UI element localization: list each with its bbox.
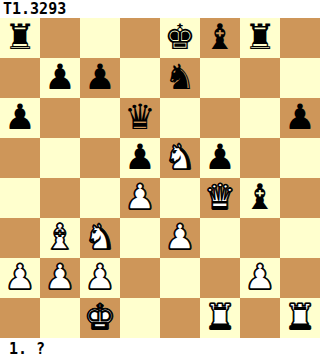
piece-white-king: ♚ (84, 300, 115, 335)
piece-black-pawn: ♟ (124, 140, 155, 175)
piece-white-rook: ♜ (204, 300, 235, 335)
square-e6[interactable] (160, 98, 200, 138)
square-b5[interactable] (40, 138, 80, 178)
square-a1[interactable] (0, 298, 40, 338)
square-g5[interactable] (240, 138, 280, 178)
square-a5[interactable] (0, 138, 40, 178)
square-b3[interactable]: ♝ (40, 218, 80, 258)
square-d2[interactable] (120, 258, 160, 298)
square-f4[interactable]: ♛ (200, 178, 240, 218)
piece-black-pawn: ♟ (84, 60, 115, 95)
square-d4[interactable]: ♟ (120, 178, 160, 218)
piece-white-rook: ♜ (284, 300, 315, 335)
square-h3[interactable] (280, 218, 320, 258)
piece-black-rook: ♜ (244, 20, 275, 55)
square-a6[interactable]: ♟ (0, 98, 40, 138)
square-f6[interactable] (200, 98, 240, 138)
piece-black-pawn: ♟ (4, 100, 35, 135)
square-h4[interactable] (280, 178, 320, 218)
square-g2[interactable]: ♟ (240, 258, 280, 298)
piece-black-bishop: ♝ (204, 20, 235, 55)
square-h8[interactable] (280, 18, 320, 58)
square-d6[interactable]: ♛ (120, 98, 160, 138)
square-b2[interactable]: ♟ (40, 258, 80, 298)
piece-black-pawn: ♟ (284, 100, 315, 135)
square-g1[interactable] (240, 298, 280, 338)
square-h5[interactable] (280, 138, 320, 178)
square-c4[interactable] (80, 178, 120, 218)
square-h7[interactable] (280, 58, 320, 98)
square-e3[interactable]: ♟ (160, 218, 200, 258)
square-h2[interactable] (280, 258, 320, 298)
square-f7[interactable] (200, 58, 240, 98)
piece-black-rook: ♜ (4, 20, 35, 55)
square-e1[interactable] (160, 298, 200, 338)
square-f8[interactable]: ♝ (200, 18, 240, 58)
piece-white-pawn: ♟ (164, 220, 195, 255)
square-c8[interactable] (80, 18, 120, 58)
square-h1[interactable]: ♜ (280, 298, 320, 338)
square-c7[interactable]: ♟ (80, 58, 120, 98)
piece-black-pawn: ♟ (204, 140, 235, 175)
square-e7[interactable]: ♞ (160, 58, 200, 98)
piece-black-king: ♚ (164, 20, 195, 55)
piece-white-pawn: ♟ (44, 260, 75, 295)
piece-black-bishop: ♝ (244, 180, 275, 215)
square-e5[interactable]: ♞ (160, 138, 200, 178)
square-a7[interactable] (0, 58, 40, 98)
square-e2[interactable] (160, 258, 200, 298)
square-b1[interactable] (40, 298, 80, 338)
square-e4[interactable] (160, 178, 200, 218)
square-f3[interactable] (200, 218, 240, 258)
piece-white-queen: ♛ (204, 180, 235, 215)
square-c5[interactable] (80, 138, 120, 178)
square-b7[interactable]: ♟ (40, 58, 80, 98)
square-g3[interactable] (240, 218, 280, 258)
square-f5[interactable]: ♟ (200, 138, 240, 178)
square-a3[interactable] (0, 218, 40, 258)
square-d7[interactable] (120, 58, 160, 98)
move-prompt: 1. ? (0, 338, 320, 360)
square-g6[interactable] (240, 98, 280, 138)
square-g4[interactable]: ♝ (240, 178, 280, 218)
square-b8[interactable] (40, 18, 80, 58)
piece-white-pawn: ♟ (244, 260, 275, 295)
piece-white-pawn: ♟ (124, 180, 155, 215)
square-g7[interactable] (240, 58, 280, 98)
square-b6[interactable] (40, 98, 80, 138)
square-d3[interactable] (120, 218, 160, 258)
square-g8[interactable]: ♜ (240, 18, 280, 58)
piece-white-pawn: ♟ (84, 260, 115, 295)
square-f1[interactable]: ♜ (200, 298, 240, 338)
piece-white-bishop: ♝ (44, 220, 75, 255)
square-a2[interactable]: ♟ (0, 258, 40, 298)
square-c6[interactable] (80, 98, 120, 138)
square-e8[interactable]: ♚ (160, 18, 200, 58)
chess-board: ♜♚♝♜♟♟♞♟♛♟♟♞♟♟♛♝♝♞♟♟♟♟♟♚♜♜ (0, 18, 320, 338)
piece-white-knight: ♞ (164, 140, 195, 175)
square-b4[interactable] (40, 178, 80, 218)
piece-black-knight: ♞ (164, 60, 195, 95)
square-d5[interactable]: ♟ (120, 138, 160, 178)
square-c2[interactable]: ♟ (80, 258, 120, 298)
square-h6[interactable]: ♟ (280, 98, 320, 138)
square-c3[interactable]: ♞ (80, 218, 120, 258)
square-a4[interactable] (0, 178, 40, 218)
square-a8[interactable]: ♜ (0, 18, 40, 58)
piece-black-pawn: ♟ (44, 60, 75, 95)
piece-white-knight: ♞ (84, 220, 115, 255)
puzzle-id-title: T1.3293 (0, 0, 320, 18)
square-d8[interactable] (120, 18, 160, 58)
square-d1[interactable] (120, 298, 160, 338)
piece-black-queen: ♛ (124, 100, 155, 135)
square-c1[interactable]: ♚ (80, 298, 120, 338)
chess-puzzle-window: T1.3293 ♜♚♝♜♟♟♞♟♛♟♟♞♟♟♛♝♝♞♟♟♟♟♟♚♜♜ 1. ? (0, 0, 320, 360)
square-f2[interactable] (200, 258, 240, 298)
piece-white-pawn: ♟ (4, 260, 35, 295)
